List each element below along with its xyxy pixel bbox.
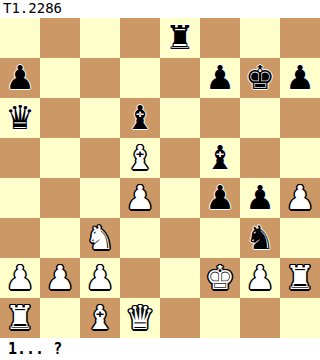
square-f2[interactable]: ♚ — [200, 258, 240, 298]
square-a4[interactable] — [0, 178, 40, 218]
black-pawn: ♟ — [200, 58, 240, 98]
square-b2[interactable]: ♟ — [40, 258, 80, 298]
square-g5[interactable] — [240, 138, 280, 178]
square-c5[interactable] — [80, 138, 120, 178]
square-e7[interactable] — [160, 58, 200, 98]
square-g8[interactable] — [240, 18, 280, 58]
square-a7[interactable]: ♟ — [0, 58, 40, 98]
square-g4[interactable]: ♟ — [240, 178, 280, 218]
black-rook: ♜ — [160, 18, 200, 58]
square-d6[interactable]: ♝ — [120, 98, 160, 138]
white-rook: ♜ — [280, 258, 320, 298]
square-h2[interactable]: ♜ — [280, 258, 320, 298]
square-d2[interactable] — [120, 258, 160, 298]
square-f7[interactable]: ♟ — [200, 58, 240, 98]
square-d5[interactable]: ♝ — [120, 138, 160, 178]
square-g3[interactable]: ♞ — [240, 218, 280, 258]
square-e6[interactable] — [160, 98, 200, 138]
square-d3[interactable] — [120, 218, 160, 258]
black-knight: ♞ — [240, 218, 280, 258]
black-queen: ♛ — [0, 98, 40, 138]
square-d7[interactable] — [120, 58, 160, 98]
white-bishop: ♝ — [120, 138, 160, 178]
white-rook: ♜ — [0, 298, 40, 338]
white-knight: ♞ — [80, 218, 120, 258]
square-e4[interactable] — [160, 178, 200, 218]
white-pawn: ♟ — [40, 258, 80, 298]
square-h7[interactable]: ♟ — [280, 58, 320, 98]
puzzle-title: T1.2286 — [0, 0, 320, 18]
white-king: ♚ — [200, 258, 240, 298]
square-g2[interactable]: ♟ — [240, 258, 280, 298]
square-h8[interactable] — [280, 18, 320, 58]
square-e8[interactable]: ♜ — [160, 18, 200, 58]
square-f6[interactable] — [200, 98, 240, 138]
white-pawn: ♟ — [80, 258, 120, 298]
white-pawn: ♟ — [280, 178, 320, 218]
square-a1[interactable]: ♜ — [0, 298, 40, 338]
square-d4[interactable]: ♟ — [120, 178, 160, 218]
square-f1[interactable] — [200, 298, 240, 338]
square-c1[interactable]: ♝ — [80, 298, 120, 338]
square-h4[interactable]: ♟ — [280, 178, 320, 218]
white-pawn: ♟ — [120, 178, 160, 218]
square-a6[interactable]: ♛ — [0, 98, 40, 138]
square-c4[interactable] — [80, 178, 120, 218]
white-pawn: ♟ — [240, 258, 280, 298]
square-c2[interactable]: ♟ — [80, 258, 120, 298]
square-e3[interactable] — [160, 218, 200, 258]
square-b4[interactable] — [40, 178, 80, 218]
black-pawn: ♟ — [200, 178, 240, 218]
black-pawn: ♟ — [280, 58, 320, 98]
square-f3[interactable] — [200, 218, 240, 258]
square-f4[interactable]: ♟ — [200, 178, 240, 218]
black-king: ♚ — [240, 58, 280, 98]
square-c6[interactable] — [80, 98, 120, 138]
square-h1[interactable] — [280, 298, 320, 338]
square-h6[interactable] — [280, 98, 320, 138]
square-h5[interactable] — [280, 138, 320, 178]
black-pawn: ♟ — [240, 178, 280, 218]
square-d1[interactable]: ♛ — [120, 298, 160, 338]
square-g7[interactable]: ♚ — [240, 58, 280, 98]
white-bishop: ♝ — [80, 298, 120, 338]
chess-board: ♜♟♟♚♟♛♝♝♝♟♟♟♟♞♞♟♟♟♚♟♜♜♝♛ — [0, 18, 320, 338]
white-queen: ♛ — [120, 298, 160, 338]
black-pawn: ♟ — [0, 58, 40, 98]
square-c3[interactable]: ♞ — [80, 218, 120, 258]
square-f8[interactable] — [200, 18, 240, 58]
square-h3[interactable] — [280, 218, 320, 258]
square-b7[interactable] — [40, 58, 80, 98]
black-bishop: ♝ — [120, 98, 160, 138]
square-c7[interactable] — [80, 58, 120, 98]
square-a2[interactable]: ♟ — [0, 258, 40, 298]
square-e2[interactable] — [160, 258, 200, 298]
square-a3[interactable] — [0, 218, 40, 258]
square-g6[interactable] — [240, 98, 280, 138]
square-b3[interactable] — [40, 218, 80, 258]
square-b6[interactable] — [40, 98, 80, 138]
square-f5[interactable]: ♝ — [200, 138, 240, 178]
square-b1[interactable] — [40, 298, 80, 338]
square-e5[interactable] — [160, 138, 200, 178]
square-b8[interactable] — [40, 18, 80, 58]
black-bishop: ♝ — [200, 138, 240, 178]
square-a5[interactable] — [0, 138, 40, 178]
square-d8[interactable] — [120, 18, 160, 58]
square-g1[interactable] — [240, 298, 280, 338]
square-e1[interactable] — [160, 298, 200, 338]
move-prompt: 1... ? — [0, 338, 320, 360]
square-b5[interactable] — [40, 138, 80, 178]
square-a8[interactable] — [0, 18, 40, 58]
white-pawn: ♟ — [0, 258, 40, 298]
square-c8[interactable] — [80, 18, 120, 58]
